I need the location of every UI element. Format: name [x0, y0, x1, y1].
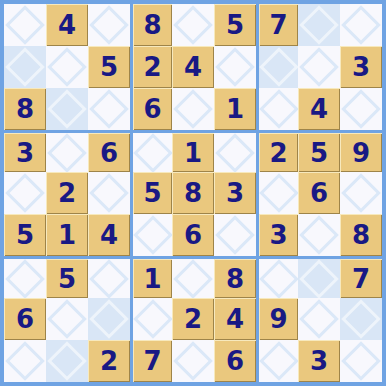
cell-r7c6: 8	[214, 256, 256, 298]
diamond-decoration	[299, 47, 339, 87]
given-digit: 5	[226, 12, 244, 38]
cell-r3c1: 8	[4, 88, 46, 130]
cell-r9c8: 3	[298, 340, 340, 382]
diamond-decoration	[5, 259, 45, 298]
given-digit: 6	[310, 180, 328, 206]
given-digit: 3	[16, 140, 34, 166]
cell-r1c8[interactable]	[298, 4, 340, 46]
cell-r4c4[interactable]	[130, 130, 172, 172]
diamond-decoration	[341, 299, 381, 339]
cell-r8c2[interactable]	[46, 298, 88, 340]
cell-r2c1[interactable]	[4, 46, 46, 88]
cell-r2c9: 3	[340, 46, 382, 88]
given-digit: 5	[100, 54, 118, 80]
cell-r4c3: 6	[88, 130, 130, 172]
cell-r3c8: 4	[298, 88, 340, 130]
cell-r2c5: 4	[172, 46, 214, 88]
cell-r9c1[interactable]	[4, 340, 46, 382]
cell-r9c3: 2	[88, 340, 130, 382]
cell-r2c4: 2	[130, 46, 172, 88]
cell-r4c6[interactable]	[214, 130, 256, 172]
given-digit: 1	[58, 222, 76, 248]
cell-r6c2: 1	[46, 214, 88, 256]
cell-r3c7[interactable]	[256, 88, 298, 130]
given-digit: 5	[16, 222, 34, 248]
cell-r2c3: 5	[88, 46, 130, 88]
given-digit: 7	[352, 266, 370, 292]
cell-r3c5[interactable]	[172, 88, 214, 130]
diamond-decoration	[5, 47, 45, 87]
cell-r4c1: 3	[4, 130, 46, 172]
cell-r3c2[interactable]	[46, 88, 88, 130]
diamond-decoration	[341, 341, 381, 381]
given-digit: 7	[269, 12, 287, 38]
cell-r8c5: 2	[172, 298, 214, 340]
cell-r8c3[interactable]	[88, 298, 130, 340]
diamond-decoration	[5, 341, 45, 381]
given-digit: 5	[143, 180, 161, 206]
given-digit: 4	[226, 306, 244, 332]
given-digit: 8	[143, 12, 161, 38]
given-digit: 2	[100, 348, 118, 374]
diamond-decoration	[299, 5, 339, 45]
diamond-decoration	[133, 299, 172, 339]
cell-r3c4: 6	[130, 88, 172, 130]
cell-r6c1: 5	[4, 214, 46, 256]
diamond-decoration	[133, 133, 172, 172]
diamond-decoration	[47, 47, 87, 87]
cell-r9c2[interactable]	[46, 340, 88, 382]
cell-r5c7[interactable]	[256, 172, 298, 214]
cell-r8c8[interactable]	[298, 298, 340, 340]
cell-r5c8: 6	[298, 172, 340, 214]
cell-r7c5[interactable]	[172, 256, 214, 298]
cell-r7c1[interactable]	[4, 256, 46, 298]
cell-r3c6: 1	[214, 88, 256, 130]
given-digit: 4	[100, 222, 118, 248]
cell-r5c3[interactable]	[88, 172, 130, 214]
diamond-decoration	[89, 5, 129, 45]
diamond-decoration	[89, 173, 129, 213]
diamond-decoration	[259, 89, 298, 129]
diamond-decoration	[47, 133, 87, 172]
diamond-decoration	[259, 259, 298, 298]
cell-r4c2[interactable]	[46, 130, 88, 172]
cell-r1c4: 8	[130, 4, 172, 46]
given-digit: 5	[310, 140, 328, 166]
diamond-decoration	[133, 215, 172, 255]
cell-r7c7[interactable]	[256, 256, 298, 298]
diamond-decoration	[341, 5, 381, 45]
given-digit: 3	[310, 348, 328, 374]
cell-r6c4[interactable]	[130, 214, 172, 256]
sudoku-board: 4857524386143612592583651463851876249276…	[0, 0, 386, 386]
given-digit: 2	[184, 306, 202, 332]
given-digit: 2	[269, 140, 287, 166]
given-digit: 2	[143, 54, 161, 80]
diamond-decoration	[89, 89, 129, 129]
given-digit: 9	[352, 140, 370, 166]
diamond-decoration	[259, 341, 298, 381]
cell-r4c5: 1	[172, 130, 214, 172]
diamond-decoration	[5, 5, 45, 45]
given-digit: 6	[184, 222, 202, 248]
cell-r4c8: 5	[298, 130, 340, 172]
diamond-decoration	[215, 133, 255, 172]
cell-r2c7[interactable]	[256, 46, 298, 88]
cell-r8c7: 9	[256, 298, 298, 340]
diamond-decoration	[173, 259, 213, 298]
cell-r1c1[interactable]	[4, 4, 46, 46]
given-digit: 4	[58, 12, 76, 38]
cell-r1c3[interactable]	[88, 4, 130, 46]
cell-r6c5: 6	[172, 214, 214, 256]
given-digit: 6	[100, 140, 118, 166]
given-digit: 8	[352, 222, 370, 248]
diamond-decoration	[173, 89, 213, 129]
given-digit: 1	[143, 266, 161, 292]
cell-r6c9: 8	[340, 214, 382, 256]
diamond-decoration	[341, 173, 381, 213]
cell-r5c1[interactable]	[4, 172, 46, 214]
given-digit: 3	[352, 54, 370, 80]
cell-r3c9[interactable]	[340, 88, 382, 130]
diamond-decoration	[89, 299, 129, 339]
diamond-decoration	[173, 5, 213, 45]
diamond-decoration	[299, 299, 339, 339]
cell-r6c7: 3	[256, 214, 298, 256]
cell-r4c7: 2	[256, 130, 298, 172]
diamond-decoration	[259, 47, 298, 87]
diamond-decoration	[215, 47, 255, 87]
cell-r8c9[interactable]	[340, 298, 382, 340]
diamond-decoration	[215, 215, 255, 255]
given-digit: 8	[16, 96, 34, 122]
cell-r5c2: 2	[46, 172, 88, 214]
diamond-decoration	[47, 299, 87, 339]
cell-r2c2[interactable]	[46, 46, 88, 88]
diamond-decoration	[299, 215, 339, 255]
cell-r8c1: 6	[4, 298, 46, 340]
cell-r7c9: 7	[340, 256, 382, 298]
cell-r6c6[interactable]	[214, 214, 256, 256]
cell-r9c7[interactable]	[256, 340, 298, 382]
given-digit: 8	[226, 266, 244, 292]
cell-r8c4[interactable]	[130, 298, 172, 340]
diamond-decoration	[259, 173, 298, 213]
cell-r2c6[interactable]	[214, 46, 256, 88]
cell-r5c5: 8	[172, 172, 214, 214]
given-digit: 6	[143, 96, 161, 122]
cell-r9c4: 7	[130, 340, 172, 382]
cell-r6c8[interactable]	[298, 214, 340, 256]
cell-r2c8[interactable]	[298, 46, 340, 88]
cell-r6c3: 4	[88, 214, 130, 256]
given-digit: 6	[16, 306, 34, 332]
given-digit: 6	[226, 348, 244, 374]
given-digit: 9	[269, 306, 287, 332]
diamond-decoration	[299, 259, 339, 298]
given-digit: 8	[184, 180, 202, 206]
cell-r7c2: 5	[46, 256, 88, 298]
cell-r4c9: 9	[340, 130, 382, 172]
cell-r7c3[interactable]	[88, 256, 130, 298]
cell-r1c7: 7	[256, 4, 298, 46]
given-digit: 3	[226, 180, 244, 206]
cell-r1c9[interactable]	[340, 4, 382, 46]
cell-r5c4: 5	[130, 172, 172, 214]
given-digit: 1	[184, 140, 202, 166]
given-digit: 7	[143, 348, 161, 374]
cell-r7c4: 1	[130, 256, 172, 298]
cell-r7c8[interactable]	[298, 256, 340, 298]
given-digit: 2	[58, 180, 76, 206]
diamond-decoration	[47, 89, 87, 129]
cell-r9c6: 6	[214, 340, 256, 382]
given-digit: 4	[310, 96, 328, 122]
cell-r5c9[interactable]	[340, 172, 382, 214]
diamond-decoration	[5, 173, 45, 213]
cell-r5c6: 3	[214, 172, 256, 214]
cell-r9c5[interactable]	[172, 340, 214, 382]
given-digit: 5	[58, 266, 76, 292]
cell-r1c2: 4	[46, 4, 88, 46]
cell-r9c9[interactable]	[340, 340, 382, 382]
given-digit: 4	[184, 54, 202, 80]
cell-r1c5[interactable]	[172, 4, 214, 46]
given-digit: 3	[269, 222, 287, 248]
diamond-decoration	[47, 341, 87, 381]
cell-r8c6: 4	[214, 298, 256, 340]
diamond-decoration	[341, 89, 381, 129]
cell-r1c6: 5	[214, 4, 256, 46]
diamond-decoration	[89, 259, 129, 298]
given-digit: 1	[226, 96, 244, 122]
diamond-decoration	[173, 341, 213, 381]
cell-r3c3[interactable]	[88, 88, 130, 130]
